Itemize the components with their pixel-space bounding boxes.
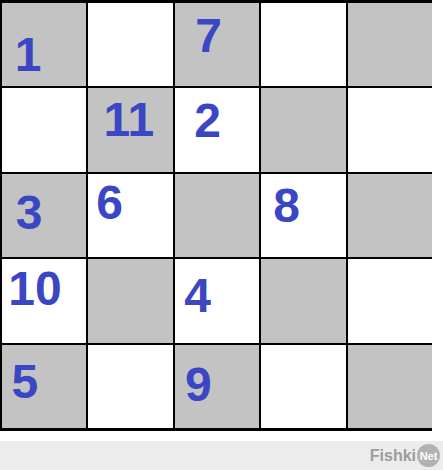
- grid-cell-r2c4[interactable]: [348, 174, 432, 257]
- cell-number: 1: [15, 31, 42, 79]
- grid-cell-r0c0[interactable]: 1: [2, 3, 86, 86]
- grid-cell-r1c0[interactable]: [2, 88, 86, 171]
- cell-number: 4: [184, 272, 211, 320]
- grid-cell-r1c2[interactable]: 2: [175, 88, 259, 171]
- grid-cell-r1c4[interactable]: [348, 88, 432, 171]
- grid-cell-r2c0[interactable]: 3: [2, 174, 86, 257]
- grid-cell-r3c2[interactable]: 4: [175, 259, 259, 342]
- cell-number: 9: [185, 361, 212, 409]
- grid-cell-r3c4[interactable]: [348, 259, 432, 342]
- grid-cell-r4c2[interactable]: 9: [175, 345, 259, 428]
- cell-number: 10: [8, 265, 61, 313]
- grid-cell-r4c0[interactable]: 5: [2, 345, 86, 428]
- grid-cell-r0c4[interactable]: [348, 3, 432, 86]
- fishki-watermark: Fishki Net: [370, 444, 440, 467]
- grid-cell-r3c0[interactable]: 10: [2, 259, 86, 342]
- grid-cell-r0c2[interactable]: 7: [175, 3, 259, 86]
- cell-number: 11: [104, 96, 155, 144]
- grid-cell-r1c3[interactable]: [261, 88, 345, 171]
- grid-cell-r4c3[interactable]: [261, 345, 345, 428]
- grid-cell-r3c3[interactable]: [261, 259, 345, 342]
- grid-cell-r4c1[interactable]: [88, 345, 172, 428]
- cell-number: 8: [273, 182, 300, 230]
- puzzle-image: 1711236810459 Fishki Net: [0, 0, 443, 470]
- cell-number: 3: [16, 189, 43, 237]
- grid-cell-r4c4[interactable]: [348, 345, 432, 428]
- cell-number: 6: [96, 179, 123, 227]
- watermark-bar: Fishki Net: [0, 441, 443, 470]
- grid-cell-r1c1[interactable]: 11: [88, 88, 172, 171]
- grid-cell-r0c1[interactable]: [88, 3, 172, 86]
- watermark-text: Fishki: [370, 447, 416, 465]
- puzzle-grid: 1711236810459: [0, 0, 432, 431]
- watermark-badge-icon: Net: [417, 444, 440, 467]
- grid-cell-r2c1[interactable]: 6: [88, 174, 172, 257]
- grid-cell-r3c1[interactable]: [88, 259, 172, 342]
- grid-cell-r0c3[interactable]: [261, 3, 345, 86]
- grid-cell-r2c2[interactable]: [175, 174, 259, 257]
- cell-number: 5: [11, 358, 38, 406]
- cell-number: 7: [195, 12, 222, 60]
- grid-cell-r2c3[interactable]: 8: [261, 174, 345, 257]
- cell-number: 2: [194, 97, 221, 145]
